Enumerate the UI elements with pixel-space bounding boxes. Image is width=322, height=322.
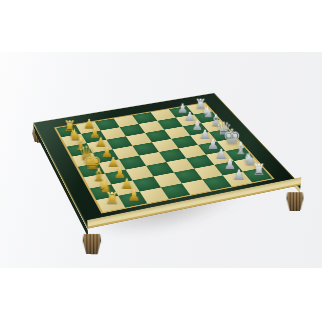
white-rook[interactable]: ♜ [96, 167, 127, 204]
corner-foot-front [81, 225, 104, 255]
corner-foot-body [83, 234, 101, 255]
corner-foot-body [287, 192, 304, 211]
chess-set-photo: ♜♞♝♛♚♝♞♜♟♟♟♟♟♟♟♟♟♟♟♟♟♟♟♟♜♞♝♛♚♝♞♜ [0, 0, 322, 322]
corner-foot-right [284, 184, 305, 212]
black-pawn[interactable]: ♟ [223, 144, 253, 180]
